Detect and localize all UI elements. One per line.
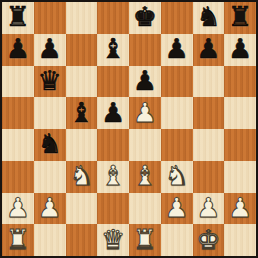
square-d6[interactable]: [97, 66, 129, 98]
black-pawn-icon: ♟: [228, 35, 252, 62]
square-f6[interactable]: [161, 66, 193, 98]
white-pawn-icon: ♟: [165, 194, 189, 221]
square-h1[interactable]: [224, 224, 256, 256]
white-bishop-icon: ♝: [133, 162, 157, 189]
square-f2[interactable]: ♟: [161, 193, 193, 225]
square-h8[interactable]: ♜: [224, 2, 256, 34]
white-knight-icon: ♞: [69, 162, 93, 189]
square-f5[interactable]: [161, 97, 193, 129]
square-f7[interactable]: ♟: [161, 34, 193, 66]
square-c8[interactable]: [66, 2, 98, 34]
white-pawn-icon: ♟: [228, 194, 252, 221]
white-pawn-icon: ♟: [196, 194, 220, 221]
square-g3[interactable]: [193, 161, 225, 193]
square-e1[interactable]: ♜: [129, 224, 161, 256]
black-pawn-icon: ♟: [165, 35, 189, 62]
square-d5[interactable]: ♟: [97, 97, 129, 129]
square-a8[interactable]: ♜: [2, 2, 34, 34]
square-d8[interactable]: [97, 2, 129, 34]
square-a5[interactable]: [2, 97, 34, 129]
square-f8[interactable]: [161, 2, 193, 34]
black-bishop-icon: ♝: [101, 35, 125, 62]
square-g5[interactable]: [193, 97, 225, 129]
white-pawn-icon: ♟: [6, 194, 30, 221]
white-bishop-icon: ♝: [101, 162, 125, 189]
square-c4[interactable]: [66, 129, 98, 161]
square-d4[interactable]: [97, 129, 129, 161]
white-knight-icon: ♞: [165, 162, 189, 189]
black-pawn-icon: ♟: [6, 35, 30, 62]
square-d1[interactable]: ♛: [97, 224, 129, 256]
square-h4[interactable]: [224, 129, 256, 161]
square-b7[interactable]: ♟: [34, 34, 66, 66]
square-b6[interactable]: ♛: [34, 66, 66, 98]
chess-board: ♜♚♞♜♟♟♝♟♟♟♛♟♝♟♟♞♞♝♝♞♟♟♟♟♟♜♛♜♚: [0, 0, 258, 258]
square-g6[interactable]: [193, 66, 225, 98]
black-rook-icon: ♜: [6, 3, 30, 30]
square-f4[interactable]: [161, 129, 193, 161]
square-h7[interactable]: ♟: [224, 34, 256, 66]
square-g2[interactable]: ♟: [193, 193, 225, 225]
square-e6[interactable]: ♟: [129, 66, 161, 98]
square-g8[interactable]: ♞: [193, 2, 225, 34]
square-b8[interactable]: [34, 2, 66, 34]
black-knight-icon: ♞: [38, 130, 62, 157]
black-king-icon: ♚: [133, 3, 157, 30]
square-b3[interactable]: [34, 161, 66, 193]
square-a3[interactable]: [2, 161, 34, 193]
square-g4[interactable]: [193, 129, 225, 161]
square-h2[interactable]: ♟: [224, 193, 256, 225]
black-queen-icon: ♛: [38, 67, 62, 94]
white-rook-icon: ♜: [6, 226, 30, 253]
square-c3[interactable]: ♞: [66, 161, 98, 193]
black-pawn-icon: ♟: [38, 35, 62, 62]
square-f3[interactable]: ♞: [161, 161, 193, 193]
white-queen-icon: ♛: [101, 226, 125, 253]
black-bishop-icon: ♝: [69, 99, 93, 126]
square-b5[interactable]: [34, 97, 66, 129]
square-a6[interactable]: [2, 66, 34, 98]
square-b1[interactable]: [34, 224, 66, 256]
square-a7[interactable]: ♟: [2, 34, 34, 66]
square-d2[interactable]: [97, 193, 129, 225]
square-b2[interactable]: ♟: [34, 193, 66, 225]
white-rook-icon: ♜: [133, 226, 157, 253]
white-pawn-icon: ♟: [38, 194, 62, 221]
square-a1[interactable]: ♜: [2, 224, 34, 256]
square-e7[interactable]: [129, 34, 161, 66]
black-pawn-icon: ♟: [101, 99, 125, 126]
square-h3[interactable]: [224, 161, 256, 193]
square-f1[interactable]: [161, 224, 193, 256]
square-h5[interactable]: [224, 97, 256, 129]
square-h6[interactable]: [224, 66, 256, 98]
white-king-icon: ♚: [196, 226, 220, 253]
square-b4[interactable]: ♞: [34, 129, 66, 161]
square-c2[interactable]: [66, 193, 98, 225]
square-d3[interactable]: ♝: [97, 161, 129, 193]
black-pawn-icon: ♟: [196, 35, 220, 62]
black-rook-icon: ♜: [228, 3, 252, 30]
square-e5[interactable]: ♟: [129, 97, 161, 129]
square-c5[interactable]: ♝: [66, 97, 98, 129]
square-a2[interactable]: ♟: [2, 193, 34, 225]
black-knight-icon: ♞: [196, 3, 220, 30]
square-e4[interactable]: [129, 129, 161, 161]
square-e3[interactable]: ♝: [129, 161, 161, 193]
white-pawn-icon: ♟: [133, 99, 157, 126]
square-e8[interactable]: ♚: [129, 2, 161, 34]
square-c1[interactable]: [66, 224, 98, 256]
square-a4[interactable]: [2, 129, 34, 161]
square-d7[interactable]: ♝: [97, 34, 129, 66]
square-e2[interactable]: [129, 193, 161, 225]
black-pawn-icon: ♟: [133, 67, 157, 94]
square-c7[interactable]: [66, 34, 98, 66]
square-g7[interactable]: ♟: [193, 34, 225, 66]
square-c6[interactable]: [66, 66, 98, 98]
square-g1[interactable]: ♚: [193, 224, 225, 256]
